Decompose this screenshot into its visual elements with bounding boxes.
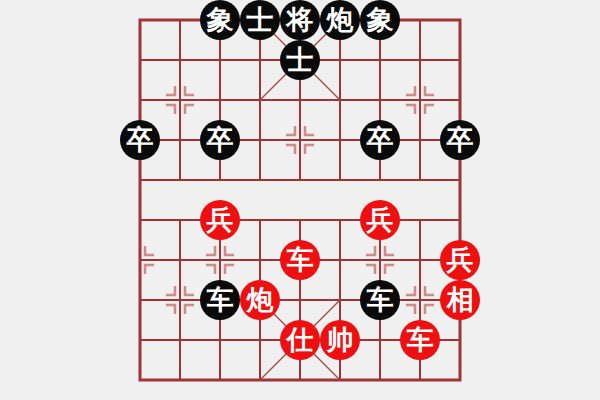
piece-red-elephant[interactable]: 相	[440, 280, 480, 320]
piece-black-cannon[interactable]: 炮	[320, 0, 360, 40]
piece-glyph: 相	[447, 286, 474, 313]
piece-black-soldier[interactable]: 卒	[440, 120, 480, 160]
piece-glyph: 兵	[207, 206, 234, 233]
piece-glyph: 兵	[367, 206, 394, 233]
piece-glyph: 象	[207, 6, 234, 33]
piece-red-chariot[interactable]: 车	[280, 240, 320, 280]
piece-glyph: 卒	[127, 126, 154, 153]
piece-glyph: 车	[407, 326, 434, 353]
piece-red-soldier[interactable]: 兵	[200, 200, 240, 240]
piece-red-soldier[interactable]: 兵	[360, 200, 400, 240]
piece-red-cannon[interactable]: 炮	[240, 280, 280, 320]
piece-black-soldier[interactable]: 卒	[360, 120, 400, 160]
piece-glyph: 卒	[367, 126, 394, 153]
pieces-layer: 象士将炮象士卒卒卒卒车车兵兵车兵炮相仕帅车	[0, 0, 600, 400]
piece-black-chariot[interactable]: 车	[200, 280, 240, 320]
piece-black-advisor[interactable]: 士	[280, 40, 320, 80]
piece-glyph: 象	[367, 6, 394, 33]
xiangqi-diagram: 象士将炮象士卒卒卒卒车车兵兵车兵炮相仕帅车	[0, 0, 600, 400]
piece-glyph: 炮	[247, 286, 274, 313]
piece-black-chariot[interactable]: 车	[360, 280, 400, 320]
piece-glyph: 卒	[207, 126, 234, 153]
piece-glyph: 士	[287, 46, 314, 73]
piece-red-soldier[interactable]: 兵	[440, 240, 480, 280]
piece-black-elephant[interactable]: 象	[360, 0, 400, 40]
piece-glyph: 卒	[447, 126, 474, 153]
piece-glyph: 炮	[327, 6, 354, 33]
piece-glyph: 车	[367, 286, 394, 313]
piece-black-general[interactable]: 将	[280, 0, 320, 40]
piece-black-elephant[interactable]: 象	[200, 0, 240, 40]
piece-red-chariot[interactable]: 车	[400, 320, 440, 360]
piece-glyph: 兵	[447, 246, 474, 273]
piece-glyph: 车	[207, 286, 234, 313]
piece-glyph: 仕	[287, 326, 314, 353]
piece-black-advisor[interactable]: 士	[240, 0, 280, 40]
piece-glyph: 士	[247, 6, 274, 33]
piece-black-soldier[interactable]: 卒	[200, 120, 240, 160]
piece-red-general[interactable]: 帅	[320, 320, 360, 360]
piece-glyph: 车	[287, 246, 314, 273]
piece-red-advisor[interactable]: 仕	[280, 320, 320, 360]
piece-black-soldier[interactable]: 卒	[120, 120, 160, 160]
piece-glyph: 将	[287, 6, 314, 33]
piece-glyph: 帅	[327, 326, 354, 353]
